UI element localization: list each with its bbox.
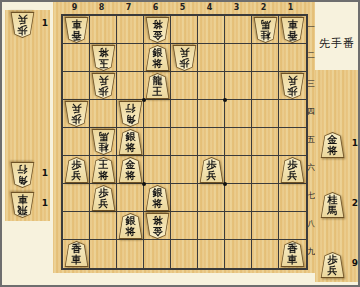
board-cell-5-9[interactable] (171, 240, 198, 268)
shogi-piece-sente-gold[interactable]: 金将 (118, 157, 143, 183)
board-panel: 987654321 一二三四五六七八九 香車金将桂馬香車玉将銀将歩兵歩兵龍王歩兵… (53, 2, 315, 273)
shogi-piece-gote-pawn[interactable]: 歩兵 (10, 12, 35, 38)
shogi-piece-gote-rook[interactable]: 飛車 (10, 192, 35, 218)
board-cell-8-9[interactable] (90, 240, 117, 268)
board-cell-1-7[interactable] (279, 184, 306, 212)
board-cell-9-2[interactable] (63, 44, 90, 72)
board-cell-3-1[interactable] (225, 16, 252, 44)
board-cell-4-3[interactable] (198, 72, 225, 100)
board-cell-4-5[interactable] (198, 128, 225, 156)
board-cell-7-3[interactable] (117, 72, 144, 100)
sente-hand-slot-knight: 桂馬2 (315, 190, 360, 220)
shogi-piece-sente-pawn[interactable]: 歩兵 (320, 252, 345, 278)
board-cell-2-3[interactable] (252, 72, 279, 100)
board-cell-6-5[interactable] (144, 128, 171, 156)
gote-hand-count-rook: 1 (42, 198, 48, 208)
file-label-7: 7 (115, 3, 142, 12)
shogi-piece-gote-knight[interactable]: 桂馬 (91, 129, 116, 155)
shogi-piece-gote-gold[interactable]: 金将 (145, 17, 170, 43)
board-cell-3-7[interactable] (225, 184, 252, 212)
board-cell-8-1[interactable] (90, 16, 117, 44)
board-cell-5-8[interactable] (171, 212, 198, 240)
board-cell-3-6[interactable] (225, 156, 252, 184)
board-cell-7-2[interactable] (117, 44, 144, 72)
file-label-8: 8 (88, 3, 115, 12)
shogi-piece-sente-pawn[interactable]: 歩兵 (64, 157, 89, 183)
gote-hand-slot-rook: 飛車1 (5, 190, 50, 220)
file-label-4: 4 (196, 3, 223, 12)
shogi-piece-sente-silver[interactable]: 銀将 (118, 129, 143, 155)
file-label-3: 3 (223, 3, 250, 12)
file-label-5: 5 (169, 3, 196, 12)
shogi-piece-gote-bishop[interactable]: 角行 (118, 101, 143, 127)
board-cell-4-4[interactable] (198, 100, 225, 128)
sente-hand-slot-pawn: 歩兵9 (315, 250, 360, 280)
board-cell-3-2[interactable] (225, 44, 252, 72)
board-cell-7-1[interactable] (117, 16, 144, 44)
shogi-piece-sente-promoted-rook[interactable]: 龍王 (145, 73, 170, 99)
shogi-piece-sente-king[interactable]: 王将 (91, 157, 116, 183)
sente-hand-count-gold: 1 (352, 138, 358, 148)
board-cell-8-4[interactable] (90, 100, 117, 128)
shogi-piece-gote-knight[interactable]: 桂馬 (253, 17, 278, 43)
board-cell-5-4[interactable] (171, 100, 198, 128)
board-cell-1-5[interactable] (279, 128, 306, 156)
board-cell-1-8[interactable] (279, 212, 306, 240)
sente-hand-panel: 金将1桂馬2歩兵9 (315, 70, 360, 282)
file-label-6: 6 (142, 3, 169, 12)
gote-hand-slot-pawn: 歩兵1 (5, 10, 50, 40)
board-cell-4-1[interactable] (198, 16, 225, 44)
board-cell-8-8[interactable] (90, 212, 117, 240)
shogi-piece-sente-silver[interactable]: 銀将 (145, 45, 170, 71)
file-label-9: 9 (61, 3, 88, 12)
sente-hand-count-pawn: 9 (352, 258, 358, 268)
shogi-piece-gote-lance[interactable]: 香車 (64, 17, 89, 43)
board-cell-1-2[interactable] (279, 44, 306, 72)
board-cell-9-8[interactable] (63, 212, 90, 240)
shogi-piece-gote-pawn[interactable]: 歩兵 (64, 101, 89, 127)
board-cell-4-9[interactable] (198, 240, 225, 268)
board-cell-7-9[interactable] (117, 240, 144, 268)
board-cell-1-4[interactable] (279, 100, 306, 128)
sente-hand-slot-gold: 金将1 (315, 130, 360, 160)
shogi-piece-sente-pawn[interactable]: 歩兵 (91, 185, 116, 211)
board-cell-7-7[interactable] (117, 184, 144, 212)
board-cell-2-8[interactable] (252, 212, 279, 240)
board-cell-5-5[interactable] (171, 128, 198, 156)
shogi-piece-sente-silver[interactable]: 銀将 (145, 185, 170, 211)
board-cell-5-3[interactable] (171, 72, 198, 100)
board-cell-2-5[interactable] (252, 128, 279, 156)
shogi-piece-sente-silver[interactable]: 銀将 (118, 213, 143, 239)
board-cell-3-4[interactable] (225, 100, 252, 128)
shogi-piece-sente-pawn[interactable]: 歩兵 (280, 157, 305, 183)
shogi-piece-gote-bishop[interactable]: 角行 (10, 162, 35, 188)
shogi-board-grid: 香車金将桂馬香車玉将銀将歩兵歩兵龍王歩兵歩兵角行桂馬銀将歩兵王将金将歩兵歩兵歩兵… (61, 14, 308, 270)
shogi-app-window: 歩兵1角行1飛車1 987654321 一二三四五六七八九 香車金将桂馬香車玉将… (0, 0, 360, 287)
board-cell-6-6[interactable] (144, 156, 171, 184)
board-cell-4-2[interactable] (198, 44, 225, 72)
shogi-piece-gote-pawn[interactable]: 歩兵 (91, 73, 116, 99)
board-cell-3-9[interactable] (225, 240, 252, 268)
shogi-piece-sente-gold[interactable]: 金将 (320, 132, 345, 158)
shogi-piece-sente-knight[interactable]: 桂馬 (320, 192, 345, 218)
board-cell-3-5[interactable] (225, 128, 252, 156)
board-cell-9-5[interactable] (63, 128, 90, 156)
board-cell-5-1[interactable] (171, 16, 198, 44)
board-cell-2-7[interactable] (252, 184, 279, 212)
turn-indicator-label: 先手番 (319, 36, 355, 51)
shogi-piece-sente-pawn[interactable]: 歩兵 (199, 157, 224, 183)
board-cell-2-6[interactable] (252, 156, 279, 184)
file-label-2: 2 (250, 3, 277, 12)
board-cell-3-3[interactable] (225, 72, 252, 100)
board-cell-2-2[interactable] (252, 44, 279, 72)
board-cell-5-7[interactable] (171, 184, 198, 212)
board-cell-2-9[interactable] (252, 240, 279, 268)
shogi-piece-gote-pawn[interactable]: 歩兵 (280, 73, 305, 99)
shogi-piece-sente-lance[interactable]: 香車 (64, 241, 89, 267)
gote-hand-count-bishop: 1 (42, 168, 48, 178)
gote-hand-slot-bishop: 角行1 (5, 160, 50, 190)
gote-hand-count-pawn: 1 (42, 18, 48, 28)
gote-hand-panel: 歩兵1角行1飛車1 (5, 10, 50, 221)
board-cell-9-3[interactable] (63, 72, 90, 100)
board-cell-3-8[interactable] (225, 212, 252, 240)
shogi-piece-sente-lance[interactable]: 香車 (280, 241, 305, 267)
board-cell-4-7[interactable] (198, 184, 225, 212)
board-cell-2-4[interactable] (252, 100, 279, 128)
board-cell-6-9[interactable] (144, 240, 171, 268)
file-label-1: 1 (277, 3, 304, 12)
board-cell-6-4[interactable] (144, 100, 171, 128)
board-cell-9-7[interactable] (63, 184, 90, 212)
board-cell-4-8[interactable] (198, 212, 225, 240)
shogi-piece-gote-king[interactable]: 玉将 (91, 45, 116, 71)
shogi-piece-gote-pawn[interactable]: 歩兵 (172, 45, 197, 71)
shogi-piece-gote-lance[interactable]: 香車 (280, 17, 305, 43)
sente-hand-count-knight: 2 (352, 198, 358, 208)
board-cell-5-6[interactable] (171, 156, 198, 184)
shogi-piece-gote-gold[interactable]: 金将 (145, 213, 170, 239)
